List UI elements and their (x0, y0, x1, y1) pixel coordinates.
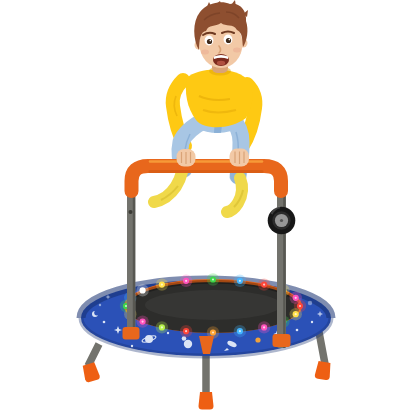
timer-device (268, 207, 296, 235)
hand-left (177, 149, 196, 167)
led-core (239, 280, 241, 282)
foot-cap-center (199, 392, 214, 410)
blush-right (233, 48, 241, 53)
led-core (161, 326, 163, 328)
dot-doodle (311, 321, 313, 323)
scene-svg (0, 0, 416, 416)
dot-doodle (103, 321, 106, 324)
moon-doodle-cut (94, 310, 99, 315)
pole-adjust-button (129, 210, 133, 214)
led-core (185, 330, 187, 332)
led-core (185, 280, 187, 282)
led-core (263, 284, 265, 286)
led-core (125, 305, 127, 307)
shirt (186, 69, 253, 127)
led-core (295, 297, 297, 299)
dot-doodle (131, 345, 133, 347)
product-photo (0, 0, 416, 416)
led-core (142, 289, 144, 291)
led-core (295, 313, 297, 315)
led-core (239, 330, 241, 332)
hand-right (230, 149, 250, 167)
blush-left (201, 50, 209, 55)
led-core (263, 326, 265, 328)
planet-accent-doodle (255, 337, 260, 342)
eye-left (205, 36, 214, 46)
mat-sheen (145, 290, 281, 320)
dot-doodle (99, 304, 101, 306)
led-core (161, 284, 163, 286)
led-core (212, 278, 214, 280)
pole-strap-left (123, 327, 140, 340)
dot-doodle (167, 332, 169, 334)
mouth (213, 54, 229, 66)
pole-strap-right (273, 334, 291, 347)
tongue (217, 61, 225, 65)
led-core (142, 321, 144, 323)
led-core (212, 331, 214, 333)
eye-right (224, 35, 233, 45)
led-core (299, 305, 301, 307)
dot-doodle (296, 329, 299, 332)
